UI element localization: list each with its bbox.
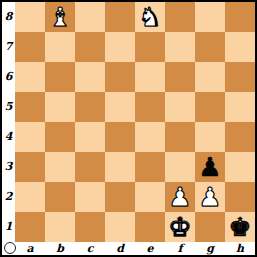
square-a2[interactable] [15,182,45,212]
square-c3[interactable] [75,152,105,182]
square-g3[interactable]: ♟ [195,152,225,182]
rank-labels: 8 7 6 5 4 3 2 1 [2,2,15,242]
square-h7[interactable] [225,32,255,62]
square-a5[interactable] [15,92,45,122]
rank-label-4: 4 [2,122,15,152]
square-e8[interactable]: ♞ [135,2,165,32]
square-d7[interactable] [105,32,135,62]
square-b1[interactable] [45,212,75,242]
square-d2[interactable] [105,182,135,212]
square-b7[interactable] [45,32,75,62]
square-e2[interactable] [135,182,165,212]
file-label-a: a [15,242,45,255]
square-g2[interactable]: ♟ [195,182,225,212]
file-label-f: f [165,242,195,255]
square-g8[interactable] [195,2,225,32]
square-h3[interactable] [225,152,255,182]
rank-label-5: 5 [2,92,15,122]
square-h6[interactable] [225,62,255,92]
square-g7[interactable] [195,32,225,62]
square-c7[interactable] [75,32,105,62]
rank-label-7: 7 [2,32,15,62]
square-e6[interactable] [135,62,165,92]
square-e1[interactable] [135,212,165,242]
rank-label-6: 6 [2,62,15,92]
square-f6[interactable] [165,62,195,92]
square-e4[interactable] [135,122,165,152]
square-c5[interactable] [75,92,105,122]
square-f4[interactable] [165,122,195,152]
square-c1[interactable] [75,212,105,242]
black-pawn: ♟ [198,152,221,182]
square-b6[interactable] [45,62,75,92]
square-h5[interactable] [225,92,255,122]
white-bishop: ♝ [48,2,71,32]
file-label-g: g [195,242,225,255]
square-c8[interactable] [75,2,105,32]
square-f7[interactable] [165,32,195,62]
square-a8[interactable] [15,2,45,32]
square-d3[interactable] [105,152,135,182]
square-b4[interactable] [45,122,75,152]
file-label-c: c [75,242,105,255]
square-d6[interactable] [105,62,135,92]
square-h2[interactable] [225,182,255,212]
square-a1[interactable] [15,212,45,242]
square-d4[interactable] [105,122,135,152]
square-d5[interactable] [105,92,135,122]
square-f2[interactable]: ♟ [165,182,195,212]
square-a3[interactable] [15,152,45,182]
white-pawn: ♟ [168,182,191,212]
file-label-d: d [105,242,135,255]
square-b8[interactable]: ♝ [45,2,75,32]
square-f5[interactable] [165,92,195,122]
file-labels-strip: a b c d e f g h [2,242,255,255]
square-b5[interactable] [45,92,75,122]
square-d8[interactable] [105,2,135,32]
white-king: ♚ [168,212,191,242]
rank-label-1: 1 [2,212,15,242]
square-g4[interactable] [195,122,225,152]
rank-label-2: 2 [2,182,15,212]
rank-label-3: 3 [2,152,15,182]
square-b3[interactable] [45,152,75,182]
square-h4[interactable] [225,122,255,152]
square-g1[interactable] [195,212,225,242]
black-king: ♚ [228,212,251,242]
chess-board: ♝♞♟♟♟♚♚ [15,2,255,242]
square-b2[interactable] [45,182,75,212]
square-h1[interactable]: ♚ [225,212,255,242]
square-a7[interactable] [15,32,45,62]
square-g5[interactable] [195,92,225,122]
square-e5[interactable] [135,92,165,122]
white-knight: ♞ [138,2,161,32]
file-label-b: b [45,242,75,255]
chess-diagram: 8 7 6 5 4 3 2 1 ♝♞♟♟♟♚♚ a b c d e f g h [0,0,257,257]
square-a4[interactable] [15,122,45,152]
square-a6[interactable] [15,62,45,92]
file-label-e: e [135,242,165,255]
white-pawn: ♟ [198,182,221,212]
square-c4[interactable] [75,122,105,152]
square-c2[interactable] [75,182,105,212]
square-g6[interactable] [195,62,225,92]
square-c6[interactable] [75,62,105,92]
square-e7[interactable] [135,32,165,62]
square-h8[interactable] [225,2,255,32]
square-f8[interactable] [165,2,195,32]
square-e3[interactable] [135,152,165,182]
square-d1[interactable] [105,212,135,242]
file-label-h: h [225,242,255,255]
square-f1[interactable]: ♚ [165,212,195,242]
square-f3[interactable] [165,152,195,182]
rank-label-8: 8 [2,2,15,32]
